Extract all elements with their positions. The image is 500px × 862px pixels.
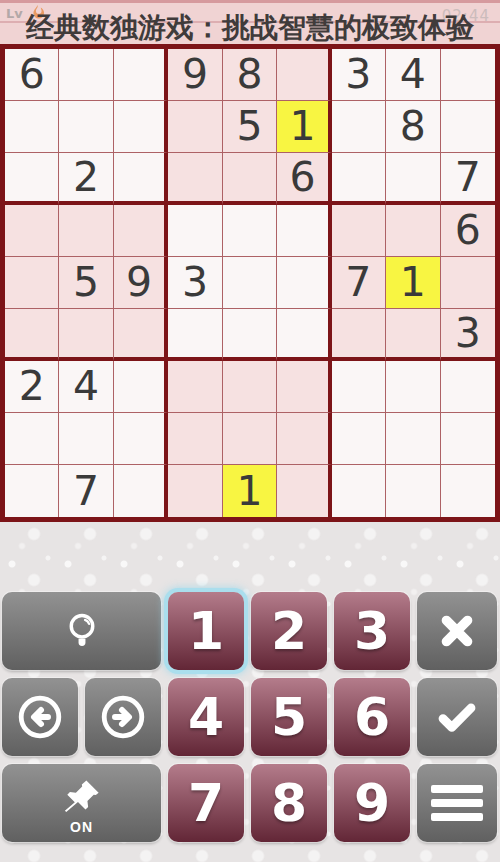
cell-r1c8[interactable]: 4 <box>386 49 440 101</box>
numpad-9[interactable]: 9 <box>334 764 410 842</box>
cell-r3c3[interactable] <box>114 153 168 205</box>
cell-r6c5[interactable] <box>223 309 277 361</box>
cell-r2c3[interactable] <box>114 101 168 153</box>
cell-r7c9[interactable] <box>441 361 495 413</box>
cell-r7c1[interactable]: 2 <box>5 361 59 413</box>
hamburger-icon <box>431 785 483 821</box>
menu-button[interactable] <box>417 764 497 842</box>
cell-r6c3[interactable] <box>114 309 168 361</box>
hint-button[interactable] <box>2 592 161 670</box>
cell-r9c9[interactable] <box>441 465 495 517</box>
cell-r1c5[interactable]: 8 <box>223 49 277 101</box>
close-icon <box>434 608 480 654</box>
cell-r9c4[interactable] <box>168 465 222 517</box>
arrow-left-icon <box>16 693 64 741</box>
cell-r4c6[interactable] <box>277 205 331 257</box>
cell-r3c8[interactable] <box>386 153 440 205</box>
cell-r7c3[interactable] <box>114 361 168 413</box>
cell-r4c2[interactable] <box>59 205 113 257</box>
cell-r3c9[interactable]: 7 <box>441 153 495 205</box>
cell-r8c6[interactable] <box>277 413 331 465</box>
checkmark-icon <box>433 693 481 741</box>
cell-r3c7[interactable] <box>332 153 386 205</box>
cell-r9c3[interactable] <box>114 465 168 517</box>
cell-r3c5[interactable] <box>223 153 277 205</box>
cell-r8c5[interactable] <box>223 413 277 465</box>
numpad-5[interactable]: 5 <box>251 678 327 756</box>
cell-r2c8[interactable]: 8 <box>386 101 440 153</box>
cell-r2c1[interactable] <box>5 101 59 153</box>
pushpin-icon <box>61 776 103 818</box>
cell-r5c7[interactable]: 7 <box>332 257 386 309</box>
cell-r4c4[interactable] <box>168 205 222 257</box>
cell-r4c9[interactable]: 6 <box>441 205 495 257</box>
cell-r6c7[interactable] <box>332 309 386 361</box>
cell-r8c3[interactable] <box>114 413 168 465</box>
sudoku-app: Lv 02:44 经典数独游戏：挑战智慧的极致体验 69834518267659… <box>0 0 500 862</box>
keypad: 1 2 3 <box>2 592 498 842</box>
numpad-8[interactable]: 8 <box>251 764 327 842</box>
cell-r9c2[interactable]: 7 <box>59 465 113 517</box>
numpad-1[interactable]: 1 <box>168 592 244 670</box>
cell-r3c6[interactable]: 6 <box>277 153 331 205</box>
cell-r2c5[interactable]: 5 <box>223 101 277 153</box>
numpad-7[interactable]: 7 <box>168 764 244 842</box>
cell-r9c7[interactable] <box>332 465 386 517</box>
cell-r6c4[interactable] <box>168 309 222 361</box>
cell-r4c3[interactable] <box>114 205 168 257</box>
numpad-6[interactable]: 6 <box>334 678 410 756</box>
cell-r1c1[interactable]: 6 <box>5 49 59 101</box>
cell-r9c6[interactable] <box>277 465 331 517</box>
cell-r7c2[interactable]: 4 <box>59 361 113 413</box>
cell-r6c1[interactable] <box>5 309 59 361</box>
cell-r5c5[interactable] <box>223 257 277 309</box>
cell-r5c4[interactable]: 3 <box>168 257 222 309</box>
cell-r5c9[interactable] <box>441 257 495 309</box>
cell-r1c9[interactable] <box>441 49 495 101</box>
arrow-right-icon <box>99 693 147 741</box>
cell-r8c9[interactable] <box>441 413 495 465</box>
cell-r3c2[interactable]: 2 <box>59 153 113 205</box>
cell-r5c8[interactable]: 1 <box>386 257 440 309</box>
cell-r2c9[interactable] <box>441 101 495 153</box>
sudoku-board: 6983451826765937132471 <box>0 44 500 522</box>
cell-r1c6[interactable] <box>277 49 331 101</box>
cell-r4c1[interactable] <box>5 205 59 257</box>
cell-r2c4[interactable] <box>168 101 222 153</box>
cell-r8c4[interactable] <box>168 413 222 465</box>
prev-button[interactable] <box>2 678 78 756</box>
cell-r7c6[interactable] <box>277 361 331 413</box>
numpad-4[interactable]: 4 <box>168 678 244 756</box>
cell-r1c4[interactable]: 9 <box>168 49 222 101</box>
cell-r4c7[interactable] <box>332 205 386 257</box>
cell-r7c8[interactable] <box>386 361 440 413</box>
cell-r8c1[interactable] <box>5 413 59 465</box>
page-title: 经典数独游戏：挑战智慧的极致体验 <box>0 9 500 47</box>
cell-r9c1[interactable] <box>5 465 59 517</box>
pin-toggle-button[interactable]: ON <box>2 764 161 842</box>
cell-r6c8[interactable] <box>386 309 440 361</box>
cell-r1c2[interactable] <box>59 49 113 101</box>
cell-r5c2[interactable]: 5 <box>59 257 113 309</box>
cell-r3c4[interactable] <box>168 153 222 205</box>
cell-r5c3[interactable]: 9 <box>114 257 168 309</box>
cell-r2c6[interactable]: 1 <box>277 101 331 153</box>
cell-r4c8[interactable] <box>386 205 440 257</box>
cell-r8c8[interactable] <box>386 413 440 465</box>
cell-r4c5[interactable] <box>223 205 277 257</box>
cell-r1c7[interactable]: 3 <box>332 49 386 101</box>
cell-r9c8[interactable] <box>386 465 440 517</box>
numpad-3[interactable]: 3 <box>334 592 410 670</box>
cell-r5c6[interactable] <box>277 257 331 309</box>
cell-r6c6[interactable] <box>277 309 331 361</box>
erase-button[interactable] <box>417 592 497 670</box>
cell-r8c2[interactable] <box>59 413 113 465</box>
pin-state-label: ON <box>2 819 161 835</box>
cell-r6c9[interactable]: 3 <box>441 309 495 361</box>
next-button[interactable] <box>85 678 161 756</box>
cell-r2c2[interactable] <box>59 101 113 153</box>
cell-r2c7[interactable] <box>332 101 386 153</box>
cell-r1c3[interactable] <box>114 49 168 101</box>
top-bar: Lv 02:44 经典数独游戏：挑战智慧的极致体验 <box>0 0 500 44</box>
cell-r7c7[interactable] <box>332 361 386 413</box>
cell-r7c4[interactable] <box>168 361 222 413</box>
numpad-2[interactable]: 2 <box>251 592 327 670</box>
cell-r6c2[interactable] <box>59 309 113 361</box>
cell-r3c1[interactable] <box>5 153 59 205</box>
cell-r7c5[interactable] <box>223 361 277 413</box>
cell-r9c5[interactable]: 1 <box>223 465 277 517</box>
confirm-button[interactable] <box>417 678 497 756</box>
cell-r5c1[interactable] <box>5 257 59 309</box>
lightbulb-icon <box>59 608 105 654</box>
cell-r8c7[interactable] <box>332 413 386 465</box>
